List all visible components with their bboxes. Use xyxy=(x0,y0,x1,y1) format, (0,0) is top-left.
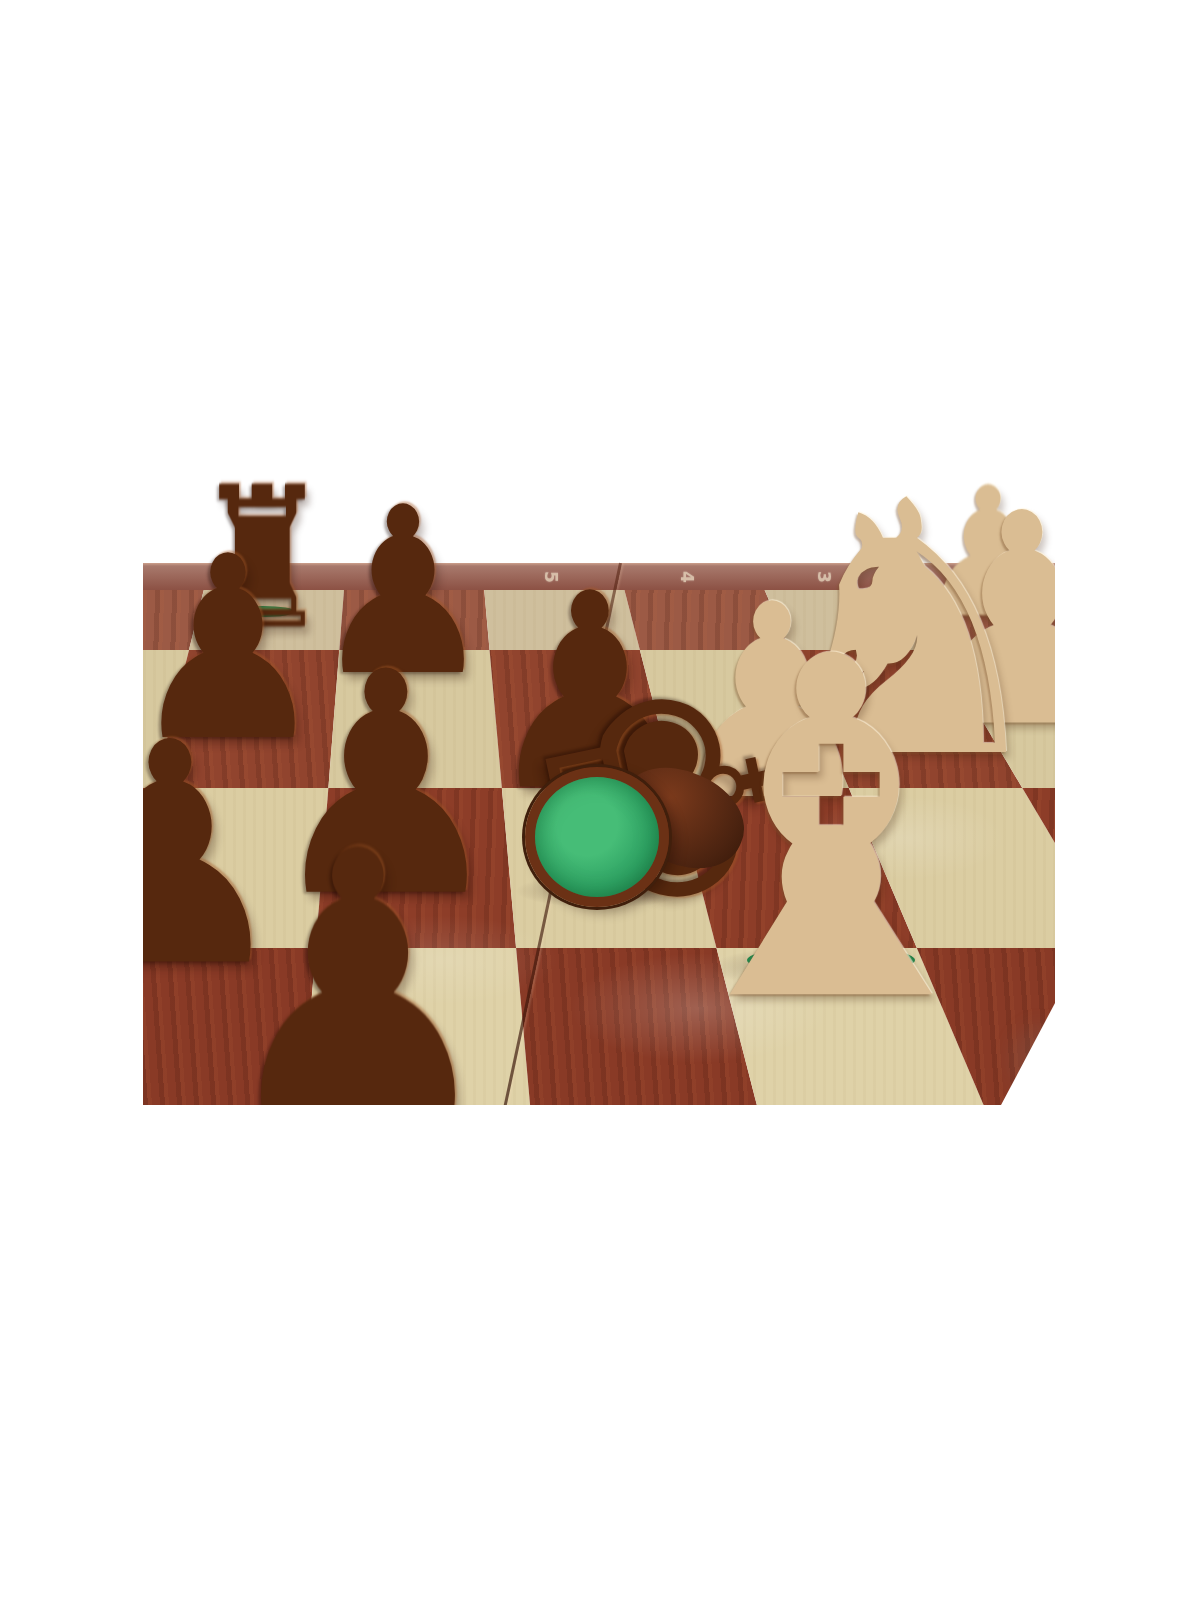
black-pawn-e6: ♟ xyxy=(213,804,503,1105)
white-bishop-e4: ♝ xyxy=(638,598,1025,1067)
chess-photo: 543♜♟♟♟♟♟♟♚♟♝♞♟♟ xyxy=(143,455,1055,1105)
